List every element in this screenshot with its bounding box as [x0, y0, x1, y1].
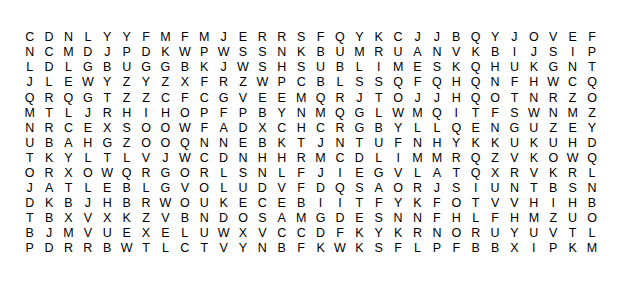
grid-cell[interactable]: H	[291, 120, 310, 135]
grid-cell[interactable]: B	[544, 181, 563, 196]
grid-cell[interactable]: A	[39, 181, 58, 196]
grid-cell[interactable]: D	[78, 45, 97, 60]
grid-cell[interactable]: J	[427, 90, 446, 105]
grid-cell[interactable]: B	[98, 60, 117, 75]
grid-cell[interactable]: U	[524, 120, 543, 135]
grid-cell[interactable]: D	[582, 135, 601, 150]
grid-cell[interactable]: N	[408, 211, 427, 226]
grid-cell[interactable]: J	[524, 45, 543, 60]
grid-cell[interactable]: K	[563, 241, 582, 256]
grid-cell[interactable]: A	[214, 120, 233, 135]
grid-cell[interactable]: N	[544, 105, 563, 120]
grid-cell[interactable]: O	[20, 166, 39, 181]
grid-cell[interactable]: E	[272, 90, 291, 105]
grid-cell[interactable]: N	[20, 45, 39, 60]
grid-cell[interactable]: H	[272, 60, 291, 75]
grid-cell[interactable]: U	[485, 226, 504, 241]
grid-cell[interactable]: B	[175, 60, 194, 75]
grid-cell[interactable]: F	[388, 135, 407, 150]
grid-cell[interactable]: G	[369, 166, 388, 181]
grid-cell[interactable]: O	[195, 181, 214, 196]
grid-cell[interactable]: O	[136, 135, 155, 150]
grid-cell[interactable]: J	[20, 75, 39, 90]
grid-cell[interactable]: J	[408, 30, 427, 45]
grid-cell[interactable]: H	[447, 211, 466, 226]
grid-cell[interactable]: Z	[485, 151, 504, 166]
grid-cell[interactable]: C	[39, 45, 58, 60]
grid-cell[interactable]: U	[485, 181, 504, 196]
grid-cell[interactable]: N	[485, 75, 504, 90]
grid-cell[interactable]: Q	[330, 105, 349, 120]
grid-cell[interactable]: V	[78, 211, 97, 226]
grid-cell[interactable]: N	[195, 211, 214, 226]
grid-cell[interactable]: I	[388, 151, 407, 166]
grid-cell[interactable]: E	[563, 30, 582, 45]
grid-cell[interactable]: Z	[544, 120, 563, 135]
grid-cell[interactable]: H	[78, 135, 97, 150]
grid-cell[interactable]: W	[524, 105, 543, 120]
grid-cell[interactable]: L	[582, 226, 601, 241]
grid-cell[interactable]: F	[195, 75, 214, 90]
grid-cell[interactable]: J	[350, 90, 369, 105]
grid-cell[interactable]: V	[485, 196, 504, 211]
grid-cell[interactable]: R	[214, 75, 233, 90]
grid-cell[interactable]: D	[20, 196, 39, 211]
grid-cell[interactable]: Q	[311, 90, 330, 105]
grid-cell[interactable]: B	[582, 196, 601, 211]
grid-cell[interactable]: L	[20, 60, 39, 75]
grid-cell[interactable]: N	[427, 226, 446, 241]
grid-cell[interactable]: X	[175, 75, 194, 90]
grid-cell[interactable]: Q	[466, 151, 485, 166]
grid-cell[interactable]: Q	[175, 135, 194, 150]
grid-cell[interactable]: T	[350, 196, 369, 211]
grid-cell[interactable]: Y	[350, 30, 369, 45]
grid-cell[interactable]: F	[582, 30, 601, 45]
grid-cell[interactable]: O	[485, 90, 504, 105]
grid-cell[interactable]: L	[59, 105, 78, 120]
grid-cell[interactable]: X	[59, 166, 78, 181]
grid-cell[interactable]: I	[563, 45, 582, 60]
grid-cell[interactable]: M	[408, 105, 427, 120]
grid-cell[interactable]: S	[117, 120, 136, 135]
grid-cell[interactable]: N	[233, 151, 252, 166]
grid-cell[interactable]: Y	[117, 30, 136, 45]
grid-cell[interactable]: G	[78, 60, 97, 75]
grid-cell[interactable]: N	[485, 120, 504, 135]
grid-cell[interactable]: S	[233, 45, 252, 60]
grid-cell[interactable]: W	[214, 45, 233, 60]
grid-cell[interactable]: T	[20, 151, 39, 166]
grid-cell[interactable]: Q	[466, 90, 485, 105]
grid-cell[interactable]: L	[214, 181, 233, 196]
grid-cell[interactable]: F	[408, 75, 427, 90]
grid-cell[interactable]: T	[563, 226, 582, 241]
grid-cell[interactable]: K	[311, 241, 330, 256]
grid-cell[interactable]: M	[20, 105, 39, 120]
grid-cell[interactable]: F	[388, 241, 407, 256]
grid-cell[interactable]: J	[78, 105, 97, 120]
grid-cell[interactable]: T	[59, 181, 78, 196]
grid-cell[interactable]: V	[78, 226, 97, 241]
grid-cell[interactable]: B	[98, 241, 117, 256]
grid-cell[interactable]: Y	[233, 241, 252, 256]
grid-cell[interactable]: M	[427, 151, 446, 166]
grid-cell[interactable]: W	[175, 120, 194, 135]
grid-cell[interactable]: L	[466, 211, 485, 226]
grid-cell[interactable]: X	[98, 120, 117, 135]
grid-cell[interactable]: P	[272, 75, 291, 90]
grid-cell[interactable]: T	[136, 241, 155, 256]
grid-cell[interactable]: K	[524, 135, 543, 150]
grid-cell[interactable]: D	[233, 120, 252, 135]
grid-cell[interactable]: S	[350, 75, 369, 90]
grid-cell[interactable]: T	[466, 196, 485, 211]
grid-cell[interactable]: E	[233, 135, 252, 150]
grid-cell[interactable]: U	[20, 135, 39, 150]
grid-cell[interactable]: Q	[117, 166, 136, 181]
grid-cell[interactable]: N	[582, 181, 601, 196]
grid-cell[interactable]: N	[291, 105, 310, 120]
grid-cell[interactable]: R	[39, 90, 58, 105]
grid-cell[interactable]: O	[447, 196, 466, 211]
grid-cell[interactable]: G	[350, 120, 369, 135]
grid-cell[interactable]: B	[117, 181, 136, 196]
grid-cell[interactable]: F	[136, 30, 155, 45]
grid-cell[interactable]: I	[466, 181, 485, 196]
grid-cell[interactable]: R	[330, 120, 349, 135]
grid-cell[interactable]: U	[369, 135, 388, 150]
grid-cell[interactable]: J	[214, 30, 233, 45]
grid-cell[interactable]: Z	[233, 75, 252, 90]
grid-cell[interactable]: Z	[544, 211, 563, 226]
grid-cell[interactable]: P	[544, 241, 563, 256]
grid-cell[interactable]: S	[505, 105, 524, 120]
grid-cell[interactable]: K	[350, 226, 369, 241]
grid-cell[interactable]: H	[485, 60, 504, 75]
grid-cell[interactable]: Y	[272, 105, 291, 120]
grid-cell[interactable]: L	[408, 241, 427, 256]
grid-cell[interactable]: Q	[427, 75, 446, 90]
grid-cell[interactable]: J	[427, 181, 446, 196]
grid-cell[interactable]: Y	[98, 75, 117, 90]
grid-cell[interactable]: B	[117, 196, 136, 211]
grid-cell[interactable]: M	[388, 60, 407, 75]
grid-cell[interactable]: X	[233, 226, 252, 241]
grid-cell[interactable]: R	[563, 166, 582, 181]
grid-cell[interactable]: M	[350, 45, 369, 60]
grid-cell[interactable]: B	[330, 60, 349, 75]
grid-cell[interactable]: Z	[563, 90, 582, 105]
grid-cell[interactable]: Z	[136, 211, 155, 226]
grid-cell[interactable]: E	[156, 226, 175, 241]
grid-cell[interactable]: R	[253, 30, 272, 45]
grid-cell[interactable]: H	[563, 196, 582, 211]
grid-cell[interactable]: Z	[117, 75, 136, 90]
grid-cell[interactable]: R	[408, 226, 427, 241]
grid-cell[interactable]: K	[485, 135, 504, 150]
grid-cell[interactable]: U	[311, 60, 330, 75]
grid-cell[interactable]: R	[136, 196, 155, 211]
grid-cell[interactable]: V	[214, 241, 233, 256]
grid-cell[interactable]: V	[505, 196, 524, 211]
grid-cell[interactable]: U	[563, 211, 582, 226]
grid-cell[interactable]: O	[136, 120, 155, 135]
grid-cell[interactable]: V	[233, 90, 252, 105]
grid-cell[interactable]: N	[330, 135, 349, 150]
grid-cell[interactable]: K	[156, 45, 175, 60]
grid-cell[interactable]: W	[330, 241, 349, 256]
grid-cell[interactable]: L	[369, 105, 388, 120]
grid-cell[interactable]: Z	[582, 105, 601, 120]
grid-cell[interactable]: H	[253, 151, 272, 166]
grid-cell[interactable]: M	[59, 45, 78, 60]
grid-cell[interactable]: T	[505, 90, 524, 105]
grid-cell[interactable]: U	[388, 45, 407, 60]
grid-cell[interactable]: G	[78, 90, 97, 105]
grid-cell[interactable]: A	[272, 211, 291, 226]
grid-cell[interactable]: R	[59, 241, 78, 256]
grid-cell[interactable]: C	[195, 90, 214, 105]
grid-cell[interactable]: L	[408, 166, 427, 181]
grid-cell[interactable]: Z	[117, 90, 136, 105]
grid-cell[interactable]: Z	[117, 135, 136, 150]
grid-cell[interactable]: T	[369, 90, 388, 105]
grid-cell[interactable]: W	[98, 166, 117, 181]
grid-cell[interactable]: G	[136, 60, 155, 75]
grid-cell[interactable]: W	[563, 151, 582, 166]
grid-cell[interactable]: E	[563, 120, 582, 135]
grid-cell[interactable]: Q	[466, 166, 485, 181]
grid-cell[interactable]: F	[291, 241, 310, 256]
grid-cell[interactable]: I	[311, 196, 330, 211]
grid-cell[interactable]: L	[78, 181, 97, 196]
grid-cell[interactable]: O	[388, 90, 407, 105]
grid-cell[interactable]: R	[39, 120, 58, 135]
grid-cell[interactable]: N	[214, 135, 233, 150]
grid-cell[interactable]: D	[311, 226, 330, 241]
grid-cell[interactable]: M	[408, 151, 427, 166]
grid-cell[interactable]: O	[582, 90, 601, 105]
grid-cell[interactable]: A	[427, 166, 446, 181]
grid-cell[interactable]: C	[253, 196, 272, 211]
grid-cell[interactable]: S	[233, 166, 252, 181]
grid-cell[interactable]: K	[447, 60, 466, 75]
grid-cell[interactable]: C	[563, 75, 582, 90]
grid-cell[interactable]: M	[582, 241, 601, 256]
grid-cell[interactable]: S	[253, 60, 272, 75]
grid-cell[interactable]: G	[98, 135, 117, 150]
grid-cell[interactable]: E	[78, 120, 97, 135]
grid-cell[interactable]: T	[447, 166, 466, 181]
grid-cell[interactable]: H	[98, 196, 117, 211]
grid-cell[interactable]: P	[427, 241, 446, 256]
grid-cell[interactable]: X	[505, 241, 524, 256]
grid-cell[interactable]: Q	[427, 105, 446, 120]
grid-cell[interactable]: L	[117, 151, 136, 166]
grid-cell[interactable]: H	[447, 90, 466, 105]
grid-cell[interactable]: L	[369, 151, 388, 166]
grid-cell[interactable]: F	[485, 105, 504, 120]
grid-cell[interactable]: D	[330, 211, 349, 226]
grid-cell[interactable]: C	[20, 30, 39, 45]
grid-cell[interactable]: R	[291, 151, 310, 166]
grid-cell[interactable]: N	[408, 135, 427, 150]
grid-cell[interactable]: M	[524, 211, 543, 226]
grid-cell[interactable]: E	[59, 75, 78, 90]
grid-cell[interactable]: J	[311, 135, 330, 150]
grid-cell[interactable]: N	[253, 241, 272, 256]
grid-cell[interactable]: K	[117, 211, 136, 226]
grid-cell[interactable]: L	[78, 151, 97, 166]
grid-cell[interactable]: E	[233, 30, 252, 45]
grid-cell[interactable]: V	[544, 30, 563, 45]
grid-cell[interactable]: M	[311, 151, 330, 166]
grid-cell[interactable]: F	[427, 196, 446, 211]
grid-cell[interactable]: N	[59, 30, 78, 45]
grid-cell[interactable]: I	[524, 241, 543, 256]
grid-cell[interactable]: N	[524, 90, 543, 105]
grid-cell[interactable]: L	[582, 166, 601, 181]
grid-cell[interactable]: U	[233, 181, 252, 196]
grid-cell[interactable]: P	[20, 241, 39, 256]
grid-cell[interactable]: O	[233, 211, 252, 226]
grid-cell[interactable]: J	[214, 60, 233, 75]
grid-cell[interactable]: R	[447, 151, 466, 166]
grid-cell[interactable]: L	[272, 166, 291, 181]
grid-cell[interactable]: H	[524, 196, 543, 211]
grid-cell[interactable]: S	[369, 211, 388, 226]
grid-cell[interactable]: F	[485, 211, 504, 226]
grid-cell[interactable]: E	[233, 196, 252, 211]
grid-cell[interactable]: I	[330, 166, 349, 181]
grid-cell[interactable]: F	[195, 120, 214, 135]
grid-cell[interactable]: L	[427, 120, 446, 135]
grid-cell[interactable]: U	[195, 196, 214, 211]
grid-cell[interactable]: D	[39, 241, 58, 256]
grid-cell[interactable]: L	[408, 120, 427, 135]
grid-cell[interactable]: D	[136, 45, 155, 60]
grid-cell[interactable]: A	[59, 135, 78, 150]
grid-cell[interactable]: T	[582, 60, 601, 75]
grid-cell[interactable]: H	[524, 75, 543, 90]
grid-cell[interactable]: S	[447, 181, 466, 196]
grid-cell[interactable]: K	[466, 45, 485, 60]
grid-cell[interactable]: Q	[582, 151, 601, 166]
grid-cell[interactable]: L	[39, 75, 58, 90]
grid-cell[interactable]: Q	[447, 120, 466, 135]
grid-cell[interactable]: H	[505, 211, 524, 226]
grid-cell[interactable]: E	[253, 90, 272, 105]
grid-cell[interactable]: V	[175, 181, 194, 196]
grid-cell[interactable]: O	[175, 196, 194, 211]
grid-cell[interactable]: C	[272, 120, 291, 135]
grid-cell[interactable]: B	[253, 135, 272, 150]
grid-cell[interactable]: X	[136, 226, 155, 241]
grid-cell[interactable]: T	[98, 90, 117, 105]
grid-cell[interactable]: I	[136, 105, 155, 120]
grid-cell[interactable]: C	[311, 120, 330, 135]
grid-cell[interactable]: Q	[466, 30, 485, 45]
grid-cell[interactable]: K	[369, 30, 388, 45]
grid-cell[interactable]: C	[156, 90, 175, 105]
grid-cell[interactable]: U	[544, 135, 563, 150]
grid-cell[interactable]: T	[291, 135, 310, 150]
grid-cell[interactable]: V	[447, 45, 466, 60]
grid-cell[interactable]: C	[272, 226, 291, 241]
grid-cell[interactable]: H	[427, 135, 446, 150]
grid-cell[interactable]: H	[563, 135, 582, 150]
grid-cell[interactable]: S	[544, 45, 563, 60]
grid-cell[interactable]: G	[156, 60, 175, 75]
grid-cell[interactable]: Y	[582, 120, 601, 135]
grid-cell[interactable]: O	[582, 211, 601, 226]
grid-cell[interactable]: I	[447, 105, 466, 120]
grid-cell[interactable]: R	[136, 166, 155, 181]
grid-cell[interactable]: T	[195, 241, 214, 256]
grid-cell[interactable]: S	[563, 181, 582, 196]
grid-cell[interactable]: U	[98, 226, 117, 241]
grid-cell[interactable]: P	[117, 45, 136, 60]
grid-cell[interactable]: N	[272, 45, 291, 60]
grid-cell[interactable]: R	[505, 166, 524, 181]
grid-cell[interactable]: C	[59, 120, 78, 135]
grid-cell[interactable]: D	[350, 151, 369, 166]
grid-cell[interactable]: P	[195, 105, 214, 120]
grid-cell[interactable]: O	[524, 30, 543, 45]
grid-cell[interactable]: F	[175, 30, 194, 45]
grid-cell[interactable]: N	[388, 211, 407, 226]
grid-cell[interactable]: F	[291, 166, 310, 181]
grid-cell[interactable]: B	[466, 241, 485, 256]
grid-cell[interactable]: R	[544, 90, 563, 105]
grid-cell[interactable]: H	[272, 151, 291, 166]
grid-cell[interactable]: T	[39, 105, 58, 120]
grid-cell[interactable]: S	[369, 241, 388, 256]
grid-cell[interactable]: T	[466, 105, 485, 120]
grid-cell[interactable]: X	[485, 166, 504, 181]
grid-cell[interactable]: N	[253, 166, 272, 181]
grid-cell[interactable]: T	[350, 135, 369, 150]
grid-cell[interactable]: K	[350, 241, 369, 256]
grid-cell[interactable]: J	[505, 30, 524, 45]
grid-cell[interactable]: Z	[136, 90, 155, 105]
grid-cell[interactable]: J	[78, 196, 97, 211]
grid-cell[interactable]: W	[78, 75, 97, 90]
grid-cell[interactable]: U	[505, 60, 524, 75]
grid-cell[interactable]: N	[427, 45, 446, 60]
grid-cell[interactable]: B	[485, 45, 504, 60]
grid-cell[interactable]: K	[39, 151, 58, 166]
grid-cell[interactable]: L	[78, 30, 97, 45]
grid-cell[interactable]: Q	[330, 181, 349, 196]
grid-cell[interactable]: Q	[330, 30, 349, 45]
grid-cell[interactable]: D	[39, 60, 58, 75]
grid-cell[interactable]: U	[117, 60, 136, 75]
grid-cell[interactable]: N	[563, 60, 582, 75]
grid-cell[interactable]: X	[59, 211, 78, 226]
grid-cell[interactable]: A	[369, 181, 388, 196]
grid-cell[interactable]: L	[156, 241, 175, 256]
grid-cell[interactable]: C	[388, 30, 407, 45]
grid-cell[interactable]: V	[505, 151, 524, 166]
grid-cell[interactable]: B	[253, 105, 272, 120]
grid-cell[interactable]: T	[98, 151, 117, 166]
grid-cell[interactable]: P	[582, 45, 601, 60]
grid-cell[interactable]: J	[408, 90, 427, 105]
grid-cell[interactable]: Q	[388, 75, 407, 90]
grid-cell[interactable]: Y	[369, 226, 388, 241]
